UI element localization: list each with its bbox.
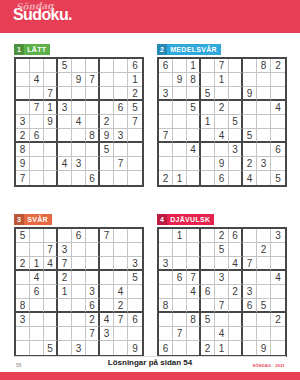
sudoku-cell-r4c8[interactable] — [114, 271, 128, 285]
sudoku-cell-r5c5[interactable] — [215, 115, 229, 129]
sudoku-cell-r9c6[interactable] — [229, 341, 243, 355]
sudoku-cell-r3c3[interactable] — [187, 257, 201, 271]
sudoku-cell-r1c7[interactable] — [100, 59, 114, 73]
sudoku-cell-r3c3[interactable]: 4 — [44, 257, 58, 271]
sudoku-cell-r3c6[interactable]: 4 — [229, 257, 243, 271]
sudoku-cell-r3c7[interactable]: 9 — [243, 87, 257, 101]
sudoku-cell-r5c6[interactable]: 5 — [229, 115, 243, 129]
sudoku-cell-r4c2[interactable] — [173, 101, 187, 115]
sudoku-cell-r8c7[interactable]: 2 — [243, 157, 257, 171]
sudoku-cell-r5c1[interactable] — [159, 115, 173, 129]
sudoku-cell-r1c1[interactable]: 5 — [16, 229, 30, 243]
sudoku-cell-r1c2[interactable] — [30, 229, 44, 243]
sudoku-cell-r8c3[interactable] — [44, 157, 58, 171]
sudoku-cell-r7c4[interactable]: 5 — [201, 313, 215, 327]
sudoku-cell-r5c9[interactable] — [271, 285, 285, 299]
sudoku-cell-r8c6[interactable] — [229, 327, 243, 341]
sudoku-cell-r1c3[interactable] — [44, 59, 58, 73]
sudoku-cell-r3c5[interactable] — [215, 87, 229, 101]
sudoku-cell-r2c2[interactable] — [30, 243, 44, 257]
sudoku-cell-r1c1[interactable] — [159, 229, 173, 243]
sudoku-cell-r1c8[interactable]: 8 — [257, 59, 271, 73]
sudoku-cell-r5c2[interactable]: 6 — [30, 285, 44, 299]
sudoku-cell-r6c4[interactable] — [201, 299, 215, 313]
sudoku-cell-r7c5[interactable] — [72, 143, 86, 157]
sudoku-cell-r4c6[interactable] — [229, 271, 243, 285]
sudoku-cell-r9c6[interactable] — [229, 171, 243, 185]
sudoku-cell-r6c4[interactable] — [201, 129, 215, 143]
sudoku-cell-r6c1[interactable]: 2 — [16, 129, 30, 143]
sudoku-cell-r9c8[interactable]: 9 — [257, 341, 271, 355]
sudoku-cell-r7c4[interactable] — [58, 313, 72, 327]
sudoku-cell-r7c9[interactable]: 2 — [271, 313, 285, 327]
sudoku-cell-r8c9[interactable] — [128, 157, 142, 171]
sudoku-cell-r3c9[interactable]: 3 — [128, 257, 142, 271]
sudoku-cell-r2c4[interactable] — [58, 73, 72, 87]
sudoku-cell-r6c5[interactable] — [72, 299, 86, 313]
sudoku-cell-r8c5[interactable]: 9 — [215, 157, 229, 171]
sudoku-cell-r4c5[interactable]: 3 — [215, 271, 229, 285]
sudoku-cell-r6c9[interactable] — [271, 129, 285, 143]
sudoku-cell-r6c5[interactable] — [72, 129, 86, 143]
sudoku-cell-r7c7[interactable] — [243, 143, 257, 157]
sudoku-cell-r6c1[interactable]: 8 — [16, 299, 30, 313]
sudoku-cell-r1c4[interactable] — [201, 229, 215, 243]
sudoku-cell-r7c2[interactable] — [173, 313, 187, 327]
sudoku-cell-r2c6[interactable] — [86, 243, 100, 257]
sudoku-cell-r2c1[interactable] — [16, 243, 30, 257]
sudoku-cell-r6c5[interactable]: 4 — [215, 129, 229, 143]
sudoku-cell-r4c3[interactable]: 1 — [44, 101, 58, 115]
sudoku-cell-r1c7[interactable] — [243, 59, 257, 73]
sudoku-cell-r6c2[interactable] — [30, 299, 44, 313]
sudoku-cell-r2c2[interactable]: 4 — [30, 73, 44, 87]
sudoku-cell-r4c4[interactable]: 3 — [58, 101, 72, 115]
sudoku-cell-r8c6[interactable] — [229, 157, 243, 171]
sudoku-cell-r1c5[interactable]: 2 — [215, 229, 229, 243]
sudoku-cell-r9c7[interactable]: 4 — [243, 171, 257, 185]
sudoku-cell-r9c5[interactable]: 1 — [215, 341, 229, 355]
sudoku-cell-r5c5[interactable]: 4 — [72, 115, 86, 129]
sudoku-cell-r7c9[interactable]: 6 — [128, 313, 142, 327]
sudoku-cell-r7c6[interactable]: 3 — [229, 143, 243, 157]
sudoku-cell-r2c8[interactable] — [257, 73, 271, 87]
sudoku-cell-r8c5[interactable]: 3 — [72, 157, 86, 171]
sudoku-cell-r2c9[interactable] — [271, 243, 285, 257]
sudoku-cell-r3c7[interactable] — [100, 87, 114, 101]
sudoku-cell-r2c5[interactable]: 9 — [72, 73, 86, 87]
sudoku-cell-r9c9[interactable] — [128, 171, 142, 185]
sudoku-cell-r8c2[interactable]: 7 — [173, 327, 187, 341]
sudoku-cell-r1c5[interactable]: 7 — [215, 59, 229, 73]
sudoku-cell-r3c6[interactable] — [229, 87, 243, 101]
sudoku-cell-r2c5[interactable]: 1 — [215, 73, 229, 87]
sudoku-cell-r1c9[interactable] — [128, 229, 142, 243]
sudoku-cell-r5c4[interactable]: 1 — [58, 285, 72, 299]
sudoku-cell-r3c4[interactable]: 5 — [201, 87, 215, 101]
sudoku-cell-r9c1[interactable]: 6 — [159, 341, 173, 355]
sudoku-cell-r2c9[interactable] — [271, 73, 285, 87]
sudoku-cell-r6c9[interactable] — [128, 129, 142, 143]
sudoku-cell-r5c8[interactable] — [257, 115, 271, 129]
sudoku-cell-r1c6[interactable]: 6 — [229, 229, 243, 243]
sudoku-cell-r5c2[interactable] — [30, 115, 44, 129]
sudoku-cell-r8c9[interactable] — [271, 327, 285, 341]
sudoku-cell-r9c8[interactable] — [114, 171, 128, 185]
sudoku-cell-r9c6[interactable] — [86, 341, 100, 355]
sudoku-cell-r8c8[interactable]: 7 — [114, 157, 128, 171]
sudoku-cell-r4c8[interactable] — [257, 101, 271, 115]
sudoku-cell-r9c9[interactable] — [271, 341, 285, 355]
sudoku-cell-r3c6[interactable] — [86, 257, 100, 271]
sudoku-cell-r1c6[interactable] — [229, 59, 243, 73]
sudoku-cell-r7c7[interactable] — [243, 313, 257, 327]
sudoku-cell-r3c8[interactable] — [257, 257, 271, 271]
sudoku-cell-r3c5[interactable] — [72, 87, 86, 101]
sudoku-cell-r9c9[interactable]: 5 — [271, 171, 285, 185]
sudoku-cell-r4c1[interactable] — [159, 101, 173, 115]
sudoku-cell-r6c3[interactable] — [44, 299, 58, 313]
sudoku-cell-r9c2[interactable]: 1 — [173, 171, 187, 185]
sudoku-cell-r3c8[interactable] — [114, 257, 128, 271]
sudoku-cell-r8c2[interactable] — [30, 157, 44, 171]
sudoku-cell-r3c5[interactable] — [72, 257, 86, 271]
sudoku-cell-r7c3[interactable]: 8 — [187, 313, 201, 327]
sudoku-cell-r1c7[interactable] — [243, 229, 257, 243]
sudoku-cell-r6c8[interactable] — [257, 129, 271, 143]
sudoku-cell-r2c9[interactable] — [128, 243, 142, 257]
sudoku-cell-r4c2[interactable]: 6 — [173, 271, 187, 285]
sudoku-cell-r5c3[interactable] — [187, 115, 201, 129]
sudoku-cell-r4c8[interactable] — [257, 271, 271, 285]
sudoku-cell-r6c8[interactable]: 2 — [114, 299, 128, 313]
sudoku-cell-r8c2[interactable] — [173, 157, 187, 171]
sudoku-cell-r5c9[interactable] — [128, 285, 142, 299]
sudoku-cell-r6c3[interactable] — [187, 299, 201, 313]
sudoku-cell-r5c2[interactable] — [173, 285, 187, 299]
sudoku-cell-r9c6[interactable]: 6 — [86, 171, 100, 185]
sudoku-cell-r9c2[interactable] — [30, 341, 44, 355]
sudoku-cell-r9c3[interactable]: 5 — [44, 341, 58, 355]
sudoku-cell-r3c9[interactable] — [271, 257, 285, 271]
sudoku-cell-r9c3[interactable] — [187, 171, 201, 185]
sudoku-cell-r6c3[interactable] — [44, 129, 58, 143]
sudoku-cell-r3c1[interactable] — [16, 87, 30, 101]
sudoku-cell-r7c4[interactable] — [201, 143, 215, 157]
sudoku-cell-r2c1[interactable] — [16, 73, 30, 87]
sudoku-cell-r6c6[interactable] — [229, 299, 243, 313]
sudoku-cell-r1c3[interactable] — [44, 229, 58, 243]
sudoku-cell-r1c8[interactable] — [114, 59, 128, 73]
sudoku-cell-r1c6[interactable] — [86, 59, 100, 73]
sudoku-cell-r1c3[interactable]: 1 — [187, 59, 201, 73]
sudoku-cell-r3c2[interactable] — [173, 87, 187, 101]
sudoku-cell-r2c6[interactable]: 7 — [86, 73, 100, 87]
sudoku-cell-r1c7[interactable]: 7 — [100, 229, 114, 243]
sudoku-cell-r9c3[interactable] — [44, 171, 58, 185]
sudoku-cell-r3c4[interactable] — [58, 87, 72, 101]
sudoku-cell-r1c6[interactable] — [86, 229, 100, 243]
sudoku-cell-r4c2[interactable]: 4 — [30, 271, 44, 285]
sudoku-cell-r4c5[interactable] — [72, 101, 86, 115]
sudoku-cell-r7c8[interactable] — [257, 143, 271, 157]
sudoku-cell-r2c4[interactable] — [201, 243, 215, 257]
sudoku-cell-r2c7[interactable] — [243, 73, 257, 87]
sudoku-cell-r9c4[interactable]: 2 — [201, 341, 215, 355]
sudoku-cell-r8c1[interactable]: 9 — [16, 157, 30, 171]
sudoku-cell-r4c3[interactable] — [44, 271, 58, 285]
sudoku-cell-r4c4[interactable]: 2 — [58, 271, 72, 285]
sudoku-cell-r9c5[interactable]: 6 — [215, 171, 229, 185]
sudoku-cell-r6c4[interactable] — [58, 129, 72, 143]
sudoku-cell-r3c7[interactable] — [100, 257, 114, 271]
sudoku-cell-r5c8[interactable] — [257, 285, 271, 299]
sudoku-cell-r3c6[interactable] — [86, 87, 100, 101]
sudoku-cell-r9c1[interactable]: 2 — [159, 171, 173, 185]
sudoku-cell-r1c5[interactable] — [72, 59, 86, 73]
sudoku-cell-r7c1[interactable] — [159, 313, 173, 327]
sudoku-cell-r5c8[interactable]: 4 — [114, 285, 128, 299]
sudoku-cell-r3c8[interactable] — [114, 87, 128, 101]
sudoku-cell-r6c1[interactable]: 7 — [159, 129, 173, 143]
sudoku-cell-r6c6[interactable]: 8 — [86, 129, 100, 143]
sudoku-cell-r4c9[interactable]: 4 — [271, 101, 285, 115]
sudoku-cell-r2c7[interactable] — [100, 243, 114, 257]
sudoku-cell-r2c8[interactable]: 2 — [257, 243, 271, 257]
sudoku-cell-r6c5[interactable]: 7 — [215, 299, 229, 313]
sudoku-cell-r8c7[interactable] — [100, 157, 114, 171]
sudoku-cell-r1c9[interactable]: 3 — [271, 229, 285, 243]
sudoku-cell-r7c3[interactable] — [44, 313, 58, 327]
sudoku-cell-r3c5[interactable] — [215, 257, 229, 271]
sudoku-cell-r3c7[interactable]: 7 — [243, 257, 257, 271]
sudoku-cell-r6c6[interactable]: 6 — [86, 299, 100, 313]
sudoku-cell-r8c4[interactable]: 4 — [58, 157, 72, 171]
sudoku-cell-r5c3[interactable]: 9 — [44, 115, 58, 129]
sudoku-cell-r9c8[interactable] — [257, 171, 271, 185]
sudoku-cell-r8c5[interactable]: 4 — [215, 327, 229, 341]
sudoku-cell-r5c8[interactable] — [114, 115, 128, 129]
sudoku-cell-r3c1[interactable]: 3 — [159, 257, 173, 271]
sudoku-cell-r1c4[interactable] — [201, 59, 215, 73]
sudoku-cell-r4c1[interactable] — [159, 271, 173, 285]
sudoku-cell-r1c8[interactable] — [114, 229, 128, 243]
sudoku-cell-r7c8[interactable] — [257, 313, 271, 327]
sudoku-cell-r1c2[interactable]: 1 — [173, 229, 187, 243]
sudoku-cell-r7c7[interactable]: 5 — [100, 143, 114, 157]
sudoku-cell-r3c9[interactable]: 2 — [128, 87, 142, 101]
sudoku-cell-r7c6[interactable] — [86, 143, 100, 157]
sudoku-cell-r6c7[interactable]: 5 — [243, 129, 257, 143]
sudoku-cell-r4c6[interactable] — [86, 271, 100, 285]
sudoku-cell-r2c3[interactable] — [187, 243, 201, 257]
sudoku-cell-r4c4[interactable] — [201, 101, 215, 115]
sudoku-cell-r4c1[interactable] — [16, 271, 30, 285]
sudoku-cell-r8c9[interactable] — [128, 327, 142, 341]
sudoku-cell-r3c4[interactable]: 7 — [58, 257, 72, 271]
sudoku-cell-r2c2[interactable]: 9 — [173, 73, 187, 87]
sudoku-cell-r5c6[interactable]: 3 — [86, 285, 100, 299]
sudoku-cell-r7c1[interactable]: 8 — [16, 143, 30, 157]
sudoku-cell-r8c1[interactable] — [159, 327, 173, 341]
sudoku-cell-r6c7[interactable]: 6 — [243, 299, 257, 313]
sudoku-cell-r3c3[interactable]: 7 — [44, 87, 58, 101]
sudoku-cell-r2c4[interactable] — [201, 73, 215, 87]
sudoku-cell-r7c1[interactable] — [159, 143, 173, 157]
sudoku-cell-r7c9[interactable] — [128, 143, 142, 157]
sudoku-cell-r7c8[interactable] — [114, 143, 128, 157]
sudoku-cell-r1c4[interactable] — [58, 229, 72, 243]
sudoku-cell-r9c2[interactable] — [173, 341, 187, 355]
sudoku-cell-r7c2[interactable] — [30, 313, 44, 327]
sudoku-cell-r5c7[interactable] — [243, 115, 257, 129]
sudoku-cell-r7c1[interactable]: 3 — [16, 313, 30, 327]
sudoku-cell-r4c7[interactable] — [100, 271, 114, 285]
sudoku-cell-r9c5[interactable]: 3 — [72, 341, 86, 355]
sudoku-cell-r4c7[interactable] — [100, 101, 114, 115]
sudoku-cell-r5c2[interactable] — [173, 115, 187, 129]
sudoku-cell-r4c6[interactable] — [86, 101, 100, 115]
sudoku-cell-r5c7[interactable] — [100, 285, 114, 299]
sudoku-cell-r4c2[interactable]: 7 — [30, 101, 44, 115]
sudoku-cell-r8c3[interactable] — [44, 327, 58, 341]
sudoku-cell-r2c1[interactable] — [159, 243, 173, 257]
sudoku-cell-r2c4[interactable]: 3 — [58, 243, 72, 257]
sudoku-cell-r4c4[interactable] — [201, 271, 215, 285]
sudoku-cell-r5c4[interactable] — [58, 115, 72, 129]
sudoku-cell-r3c1[interactable]: 2 — [16, 257, 30, 271]
sudoku-cell-r6c4[interactable] — [58, 299, 72, 313]
sudoku-cell-r2c5[interactable] — [72, 243, 86, 257]
sudoku-cell-r8c4[interactable] — [201, 157, 215, 171]
sudoku-cell-r2c8[interactable] — [114, 243, 128, 257]
sudoku-cell-r6c8[interactable]: 3 — [114, 129, 128, 143]
sudoku-cell-r7c5[interactable] — [215, 143, 229, 157]
sudoku-cell-r3c3[interactable] — [187, 87, 201, 101]
sudoku-cell-r6c2[interactable] — [173, 129, 187, 143]
sudoku-cell-r2c7[interactable] — [243, 243, 257, 257]
sudoku-cell-r2c3[interactable]: 8 — [187, 73, 201, 87]
sudoku-cell-r3c4[interactable] — [201, 257, 215, 271]
sudoku-cell-r9c1[interactable]: 7 — [16, 171, 30, 185]
sudoku-cell-r5c6[interactable]: 2 — [229, 285, 243, 299]
sudoku-cell-r9c9[interactable]: 9 — [128, 341, 142, 355]
sudoku-cell-r1c9[interactable]: 2 — [271, 59, 285, 73]
sudoku-cell-r5c4[interactable]: 1 — [201, 115, 215, 129]
sudoku-cell-r9c7[interactable] — [100, 341, 114, 355]
sudoku-cell-r5c1[interactable] — [16, 285, 30, 299]
sudoku-cell-r9c2[interactable] — [30, 171, 44, 185]
sudoku-cell-r1c4[interactable]: 5 — [58, 59, 72, 73]
sudoku-cell-r9c1[interactable] — [16, 341, 30, 355]
sudoku-cell-r1c2[interactable] — [173, 59, 187, 73]
sudoku-cell-r9c7[interactable] — [243, 341, 257, 355]
sudoku-cell-r2c9[interactable]: 1 — [128, 73, 142, 87]
sudoku-cell-r2c5[interactable]: 5 — [215, 243, 229, 257]
sudoku-cell-r8c1[interactable] — [159, 157, 173, 171]
sudoku-cell-r6c6[interactable] — [229, 129, 243, 143]
sudoku-cell-r8c8[interactable]: 3 — [257, 157, 271, 171]
sudoku-cell-r9c4[interactable] — [58, 171, 72, 185]
sudoku-cell-r4c5[interactable]: 2 — [215, 101, 229, 115]
sudoku-cell-r3c2[interactable]: 1 — [30, 257, 44, 271]
sudoku-cell-r7c5[interactable] — [215, 313, 229, 327]
sudoku-cell-r7c4[interactable] — [58, 143, 72, 157]
sudoku-cell-r4c8[interactable]: 6 — [114, 101, 128, 115]
sudoku-cell-r5c3[interactable] — [44, 285, 58, 299]
sudoku-cell-r5c1[interactable]: 3 — [16, 115, 30, 129]
sudoku-cell-r4c9[interactable]: 5 — [128, 101, 142, 115]
sudoku-cell-r5c7[interactable]: 2 — [100, 115, 114, 129]
sudoku-cell-r6c2[interactable]: 6 — [30, 129, 44, 143]
sudoku-cell-r6c9[interactable] — [271, 299, 285, 313]
sudoku-cell-r5c9[interactable]: 7 — [128, 115, 142, 129]
sudoku-cell-r2c6[interactable] — [229, 73, 243, 87]
sudoku-cell-r1c9[interactable]: 6 — [128, 59, 142, 73]
sudoku-cell-r9c4[interactable] — [201, 171, 215, 185]
sudoku-cell-r8c4[interactable] — [201, 327, 215, 341]
sudoku-cell-r3c2[interactable] — [30, 87, 44, 101]
sudoku-cell-r8c3[interactable] — [187, 157, 201, 171]
sudoku-cell-r6c7[interactable] — [100, 299, 114, 313]
sudoku-cell-r7c3[interactable]: 4 — [187, 143, 201, 157]
sudoku-cell-r5c5[interactable] — [215, 285, 229, 299]
sudoku-cell-r6c8[interactable]: 5 — [257, 299, 271, 313]
sudoku-cell-r2c3[interactable] — [44, 73, 58, 87]
sudoku-cell-r5c6[interactable] — [86, 115, 100, 129]
sudoku-cell-r4c7[interactable] — [243, 271, 257, 285]
sudoku-cell-r6c2[interactable] — [173, 299, 187, 313]
sudoku-cell-r9c8[interactable] — [114, 341, 128, 355]
sudoku-cell-r4c9[interactable]: 5 — [128, 271, 142, 285]
sudoku-cell-r4c5[interactable] — [72, 271, 86, 285]
sudoku-cell-r5c5[interactable] — [72, 285, 86, 299]
sudoku-cell-r7c2[interactable] — [173, 143, 187, 157]
sudoku-cell-r4c1[interactable] — [16, 101, 30, 115]
sudoku-cell-r6c1[interactable]: 8 — [159, 299, 173, 313]
sudoku-cell-r9c5[interactable] — [72, 171, 86, 185]
sudoku-cell-r5c1[interactable] — [159, 285, 173, 299]
sudoku-cell-r4c6[interactable] — [229, 101, 243, 115]
sudoku-cell-r2c7[interactable] — [100, 73, 114, 87]
sudoku-cell-r8c1[interactable] — [16, 327, 30, 341]
sudoku-cell-r1c1[interactable]: 6 — [159, 59, 173, 73]
sudoku-cell-r8c8[interactable] — [257, 327, 271, 341]
sudoku-cell-r6c7[interactable]: 9 — [100, 129, 114, 143]
sudoku-cell-r3c1[interactable]: 3 — [159, 87, 173, 101]
sudoku-cell-r2c2[interactable] — [173, 243, 187, 257]
sudoku-cell-r1c1[interactable] — [16, 59, 30, 73]
sudoku-cell-r8c6[interactable] — [86, 157, 100, 171]
sudoku-cell-r2c8[interactable] — [114, 73, 128, 87]
sudoku-cell-r8c4[interactable] — [58, 327, 72, 341]
sudoku-cell-r4c7[interactable] — [243, 101, 257, 115]
sudoku-cell-r9c3[interactable] — [187, 341, 201, 355]
sudoku-cell-r2c1[interactable] — [159, 73, 173, 87]
sudoku-cell-r5c4[interactable]: 6 — [201, 285, 215, 299]
sudoku-cell-r5c7[interactable]: 3 — [243, 285, 257, 299]
sudoku-cell-r7c6[interactable]: 2 — [86, 313, 100, 327]
sudoku-cell-r5c9[interactable] — [271, 115, 285, 129]
sudoku-cell-r2c3[interactable]: 7 — [44, 243, 58, 257]
sudoku-cell-r3c9[interactable] — [271, 87, 285, 101]
sudoku-cell-r8c7[interactable] — [243, 327, 257, 341]
sudoku-cell-r8c6[interactable]: 7 — [86, 327, 100, 341]
sudoku-cell-r1c3[interactable] — [187, 229, 201, 243]
sudoku-cell-r3c8[interactable] — [257, 87, 271, 101]
sudoku-cell-r3c2[interactable] — [173, 257, 187, 271]
sudoku-cell-r8c9[interactable] — [271, 157, 285, 171]
